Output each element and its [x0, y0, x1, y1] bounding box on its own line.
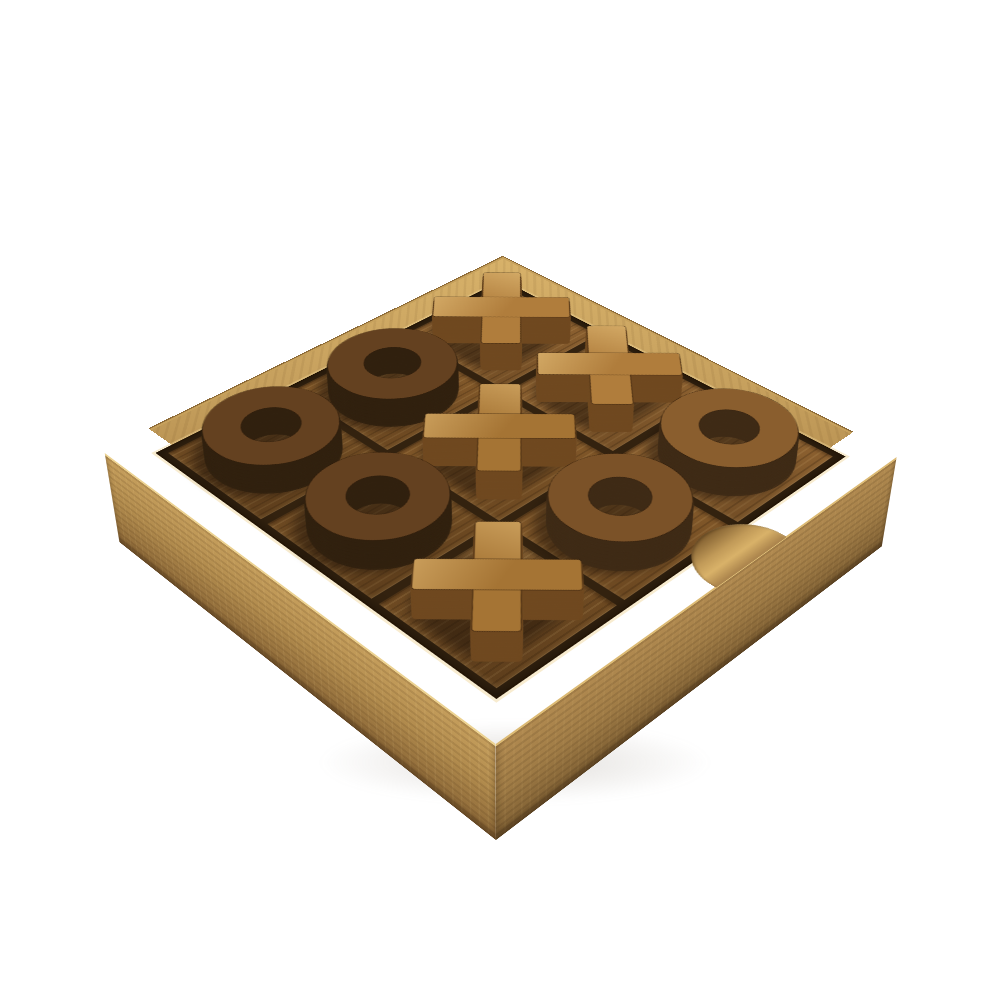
cell-r3c3[interactable]: [379, 530, 617, 688]
product-photo: [0, 0, 1000, 1000]
piece-x[interactable]: [379, 530, 617, 688]
box-top: [105, 259, 897, 744]
tictactoe-box: [105, 259, 897, 744]
